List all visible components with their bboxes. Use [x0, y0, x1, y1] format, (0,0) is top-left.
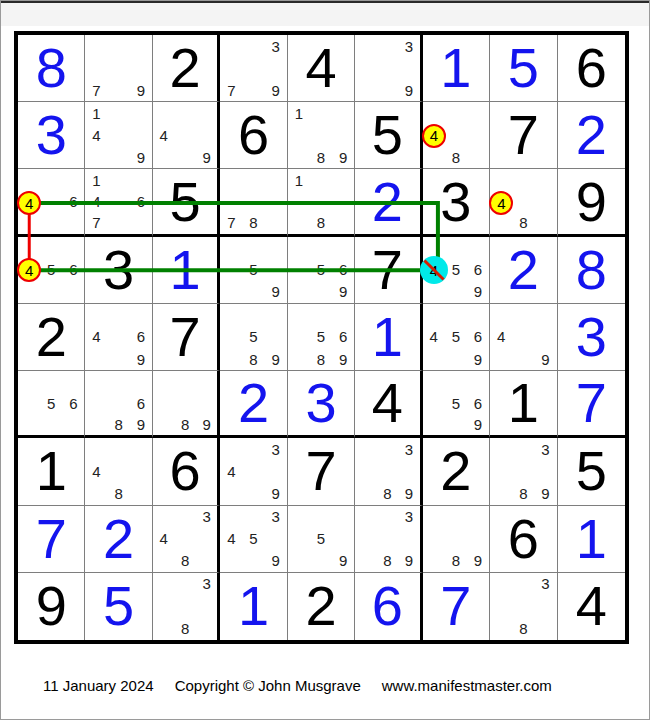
solved-digit: 2 — [103, 511, 134, 567]
candidate-digit: 8 — [310, 348, 332, 370]
given-digit: 9 — [36, 578, 67, 634]
candidate-digit: 9 — [265, 482, 287, 504]
cell-r2c6[interactable]: 5 — [355, 102, 422, 169]
candidate-digit: 5 — [242, 326, 264, 348]
candidate-digit: 9 — [398, 550, 419, 572]
candidate-digit: 8 — [377, 550, 398, 572]
given-digit: 4 — [305, 40, 336, 96]
solved-digit: 5 — [508, 40, 539, 96]
candidate-digit: 5 — [242, 259, 264, 281]
cell-r9c6[interactable]: 6 — [355, 573, 422, 640]
candidate-digit: 8 — [512, 482, 534, 504]
solved-digit: 2 — [576, 107, 607, 163]
cell-r9c7[interactable]: 7 — [423, 573, 490, 640]
candidate-digit: 9 — [332, 348, 354, 370]
candidate-digit: 5 — [445, 326, 467, 348]
cell-r7c4[interactable]: 349 — [220, 438, 287, 505]
candidate-digit: 7 — [85, 79, 107, 101]
footer-copyright: Copyright © John Musgrave — [175, 677, 361, 694]
candidates: 689 — [85, 371, 151, 435]
candidate-digit: 4 — [85, 124, 107, 146]
candidate-digit: 3 — [265, 35, 287, 57]
cell-r6c4[interactable]: 2 — [220, 371, 287, 438]
given-digit: 1 — [508, 375, 539, 431]
candidate-digit: 8 — [108, 414, 130, 435]
candidate-digit: 8 — [108, 482, 130, 504]
cell-r9c3[interactable]: 38 — [153, 573, 220, 640]
candidate-digit: 7 — [220, 79, 242, 101]
cell-r5c3[interactable]: 7 — [153, 304, 220, 371]
candidate-digit: 6 — [62, 259, 84, 281]
candidate-digit: 4 — [153, 528, 174, 550]
footer-website: www.manifestmaster.com — [382, 677, 552, 694]
candidate-digit: 4 — [220, 528, 242, 550]
candidate-digit: 6 — [332, 259, 354, 281]
cell-r4c6[interactable]: 7 — [355, 237, 422, 304]
cell-r7c5[interactable]: 7 — [288, 438, 355, 505]
candidate-digit: 4 — [85, 191, 107, 212]
candidate-digit: 6 — [130, 191, 152, 212]
candidate-digit: 1 — [288, 169, 310, 190]
cell-r1c2[interactable]: 79 — [85, 35, 152, 102]
cell-r4c2[interactable]: 3 — [85, 237, 152, 304]
given-digit: 4 — [372, 375, 403, 431]
footer: 11 January 2024 Copyright © John Musgrav… — [43, 677, 552, 694]
candidate-digit: 9 — [398, 79, 419, 101]
cell-r9c9[interactable]: 4 — [558, 573, 625, 640]
candidate-digit: 7 — [220, 212, 242, 233]
candidates: 78 — [220, 169, 286, 233]
cell-r3c7[interactable]: 3 — [423, 169, 490, 236]
candidate-digit: 9 — [130, 348, 152, 370]
cell-r5c4[interactable]: 589 — [220, 304, 287, 371]
candidates: 49 — [490, 304, 556, 370]
cell-r6c8[interactable]: 1 — [490, 371, 557, 438]
cell-r3c5[interactable]: 18 — [288, 169, 355, 236]
candidates: 569 — [423, 371, 489, 435]
candidates: 39 — [355, 35, 419, 101]
candidate-digit: 9 — [332, 281, 354, 303]
candidate-digit: 3 — [398, 35, 419, 57]
candidate-digit: 8 — [377, 482, 398, 504]
given-digit: 5 — [170, 174, 201, 230]
candidates: 38 — [153, 573, 217, 640]
candidate-digit: 4 — [85, 326, 107, 348]
cell-r5c2[interactable]: 469 — [85, 304, 152, 371]
cell-r3c3[interactable]: 5 — [153, 169, 220, 236]
candidates: 569 — [288, 237, 354, 303]
given-digit: 3 — [440, 174, 471, 230]
cell-r6c6[interactable]: 4 — [355, 371, 422, 438]
cell-r7c9[interactable]: 5 — [558, 438, 625, 505]
candidate-digit: 9 — [130, 79, 152, 101]
cell-r4c9[interactable]: 8 — [558, 237, 625, 304]
candidate-digit: 3 — [398, 438, 419, 460]
candidate-digit: 5 — [310, 259, 332, 281]
candidate-digit: 6 — [467, 259, 489, 281]
cell-r8c2[interactable]: 2 — [85, 506, 152, 573]
candidate-digit: 6 — [130, 326, 152, 348]
candidates: 48 — [85, 438, 151, 504]
cell-r4c3[interactable]: 1 — [153, 237, 220, 304]
candidates: 149 — [85, 102, 151, 168]
candidate-digit: 5 — [310, 528, 332, 550]
candidate-digit: 9 — [398, 482, 419, 504]
candidate-digit: 1 — [288, 102, 310, 124]
candidates: 189 — [288, 102, 354, 168]
candidate-digit: 8 — [242, 212, 264, 233]
candidate-digit: 8 — [445, 146, 467, 168]
cell-r2c9[interactable]: 2 — [558, 102, 625, 169]
cell-r7c3[interactable]: 6 — [153, 438, 220, 505]
given-digit: 5 — [576, 443, 607, 499]
cell-r1c8[interactable]: 5 — [490, 35, 557, 102]
cell-r6c5[interactable]: 3 — [288, 371, 355, 438]
cell-r1c7[interactable]: 1 — [423, 35, 490, 102]
candidates: 3459 — [220, 506, 286, 572]
candidate-digit: 9 — [534, 482, 556, 504]
candidate-digit: 9 — [196, 146, 217, 168]
cell-r8c9[interactable]: 1 — [558, 506, 625, 573]
cell-r1c3[interactable]: 2 — [153, 35, 220, 102]
cell-r8c5[interactable]: 59 — [288, 506, 355, 573]
solved-digit: 3 — [36, 107, 67, 163]
cell-r6c9[interactable]: 7 — [558, 371, 625, 438]
given-digit: 2 — [305, 578, 336, 634]
candidate-digit: 3 — [265, 438, 287, 460]
candidate-digit: 9 — [467, 281, 489, 303]
cell-r4c4[interactable]: 59 — [220, 237, 287, 304]
given-digit: 7 — [372, 242, 403, 298]
candidate-digit: 9 — [130, 146, 152, 168]
candidates: 49 — [153, 102, 217, 168]
candidates: 79 — [85, 35, 151, 101]
candidates: 18 — [288, 169, 354, 233]
cell-r6c2[interactable]: 689 — [85, 371, 152, 438]
solved-digit: 3 — [305, 375, 336, 431]
cell-r6c1[interactable]: 56 — [18, 371, 85, 438]
candidate-digit: 1 — [85, 169, 107, 190]
candidate-digit: 5 — [40, 259, 62, 281]
cell-r6c7[interactable]: 569 — [423, 371, 490, 438]
given-digit: 3 — [103, 242, 134, 298]
solved-digit: 2 — [508, 242, 539, 298]
cell-r5c9[interactable]: 3 — [558, 304, 625, 371]
solved-digit: 3 — [576, 309, 607, 365]
candidate-digit: 5 — [242, 528, 264, 550]
page: 8792379439156314949618954872461467578182… — [0, 0, 650, 720]
candidates: 348 — [153, 506, 217, 572]
candidate-digit: 5 — [445, 259, 467, 281]
candidate-digit: 9 — [467, 348, 489, 370]
candidate-digit: 3 — [196, 506, 217, 528]
cell-r1c1[interactable]: 8 — [18, 35, 85, 102]
candidate-digit: 3 — [265, 506, 287, 528]
cell-r8c3[interactable]: 348 — [153, 506, 220, 573]
candidate-digit: 9 — [130, 414, 152, 435]
cell-r2c5[interactable]: 189 — [288, 102, 355, 169]
cell-r5c1[interactable]: 2 — [18, 304, 85, 371]
cell-r6c3[interactable]: 89 — [153, 371, 220, 438]
cell-r2c1[interactable]: 3 — [18, 102, 85, 169]
candidate-digit: 8 — [445, 550, 467, 572]
candidate-digit: 3 — [534, 573, 556, 595]
candidate-digit: 8 — [174, 550, 195, 572]
candidate-digit: 9 — [332, 550, 354, 572]
candidate-digit: 6 — [467, 393, 489, 414]
solved-digit: 6 — [372, 578, 403, 634]
solved-digit: 1 — [170, 242, 201, 298]
sudoku-board: 8792379439156314949618954872461467578182… — [14, 31, 629, 644]
candidate-digit: 4 — [153, 124, 174, 146]
cell-r8c7[interactable]: 89 — [423, 506, 490, 573]
given-digit: 7 — [508, 107, 539, 163]
candidate-digit: 4 — [490, 326, 512, 348]
candidates: 59 — [220, 237, 286, 303]
given-digit: 2 — [440, 443, 471, 499]
candidates: 38 — [490, 573, 556, 640]
given-digit: 2 — [170, 40, 201, 96]
candidate-digit: 1 — [85, 102, 107, 124]
candidates: 389 — [355, 506, 419, 572]
cell-r9c1[interactable]: 9 — [18, 573, 85, 640]
given-digit: 6 — [508, 511, 539, 567]
cell-r2c8[interactable]: 7 — [490, 102, 557, 169]
candidate-digit: 3 — [398, 506, 419, 528]
given-digit: 6 — [576, 40, 607, 96]
candidate-digit: 6 — [332, 326, 354, 348]
cell-r1c4[interactable]: 379 — [220, 35, 287, 102]
candidate-digit: 9 — [196, 414, 217, 435]
candidate-digit: 8 — [310, 146, 332, 168]
cell-r3c6[interactable]: 2 — [355, 169, 422, 236]
cell-r5c8[interactable]: 49 — [490, 304, 557, 371]
cell-r9c4[interactable]: 1 — [220, 573, 287, 640]
cell-r8c1[interactable]: 7 — [18, 506, 85, 573]
given-digit: 2 — [36, 309, 67, 365]
cell-r4c5[interactable]: 569 — [288, 237, 355, 304]
candidate-digit: 3 — [196, 573, 217, 595]
given-digit: 4 — [576, 578, 607, 634]
given-digit: 6 — [170, 443, 201, 499]
candidate-digit: 9 — [534, 348, 556, 370]
candidate-digit: 8 — [512, 212, 534, 233]
solved-digit: 1 — [440, 40, 471, 96]
candidates: 89 — [153, 371, 217, 435]
candidate-digit: 4 — [85, 460, 107, 482]
candidate-digit: 9 — [332, 146, 354, 168]
cell-r5c6[interactable]: 1 — [355, 304, 422, 371]
cell-r8c6[interactable]: 389 — [355, 506, 422, 573]
given-digit: 7 — [170, 309, 201, 365]
candidates: 469 — [85, 304, 151, 370]
candidates: 5689 — [288, 304, 354, 370]
cell-r9c5[interactable]: 2 — [288, 573, 355, 640]
solved-digit: 1 — [372, 309, 403, 365]
candidate-digit: 9 — [265, 281, 287, 303]
cell-r7c1[interactable]: 1 — [18, 438, 85, 505]
candidates: 1467 — [85, 169, 151, 233]
candidate-digit: 3 — [534, 438, 556, 460]
candidates: 389 — [355, 438, 419, 504]
candidate-digit: 8 — [174, 618, 195, 640]
cell-r2c2[interactable]: 149 — [85, 102, 152, 169]
candidates: 56 — [18, 371, 84, 435]
cell-r4c8[interactable]: 2 — [490, 237, 557, 304]
candidate-digit: 9 — [467, 550, 489, 572]
solved-digit: 1 — [576, 511, 607, 567]
cell-r1c5[interactable]: 4 — [288, 35, 355, 102]
candidate-digit: 9 — [265, 550, 287, 572]
candidate-digit: 8 — [242, 348, 264, 370]
cell-r3c4[interactable]: 78 — [220, 169, 287, 236]
cell-r3c2[interactable]: 1467 — [85, 169, 152, 236]
candidates: 89 — [423, 506, 489, 572]
cell-r5c7[interactable]: 4569 — [423, 304, 490, 371]
candidate-digit: 6 — [467, 326, 489, 348]
candidate-digit: 8 — [310, 212, 332, 233]
highlighted-candidate-r2c7: 4 — [422, 124, 446, 148]
solved-digit: 2 — [238, 375, 269, 431]
candidate-digit: 5 — [310, 326, 332, 348]
solved-digit: 7 — [36, 511, 67, 567]
cell-r7c8[interactable]: 389 — [490, 438, 557, 505]
cell-r3c9[interactable]: 9 — [558, 169, 625, 236]
cell-r1c6[interactable]: 39 — [355, 35, 422, 102]
given-digit: 1 — [36, 443, 67, 499]
given-digit: 7 — [305, 443, 336, 499]
candidate-digit: 9 — [467, 414, 489, 435]
candidates: 379 — [220, 35, 286, 101]
candidate-digit: 4 — [220, 460, 242, 482]
solved-digit: 8 — [36, 40, 67, 96]
candidate-digit: 6 — [62, 191, 84, 212]
cell-r7c7[interactable]: 2 — [423, 438, 490, 505]
solved-digit: 8 — [576, 242, 607, 298]
candidate-digit: 4 — [423, 326, 445, 348]
cell-r1c9[interactable]: 6 — [558, 35, 625, 102]
candidate-digit: 6 — [62, 393, 84, 414]
candidate-digit: 8 — [512, 618, 534, 640]
candidates: 589 — [220, 304, 286, 370]
sudoku-grid: 8792379439156314949618954872461467578182… — [18, 35, 625, 640]
cell-r7c2[interactable]: 48 — [85, 438, 152, 505]
candidate-digit: 8 — [174, 414, 195, 435]
cell-r2c3[interactable]: 49 — [153, 102, 220, 169]
candidate-digit: 5 — [40, 393, 62, 414]
solved-digit: 7 — [440, 578, 471, 634]
eliminated-candidate-r4c7: 4 — [420, 256, 448, 284]
candidates: 349 — [220, 438, 286, 504]
candidate-digit: 9 — [265, 79, 287, 101]
given-digit: 6 — [238, 107, 269, 163]
cell-r8c8[interactable]: 6 — [490, 506, 557, 573]
candidate-digit: 7 — [85, 212, 107, 233]
solved-digit: 7 — [576, 375, 607, 431]
cell-r2c4[interactable]: 6 — [220, 102, 287, 169]
cell-r9c2[interactable]: 5 — [85, 573, 152, 640]
cell-r5c5[interactable]: 5689 — [288, 304, 355, 371]
solved-digit: 2 — [372, 174, 403, 230]
candidate-digit: 9 — [265, 348, 287, 370]
given-digit: 9 — [576, 174, 607, 230]
candidates: 4569 — [423, 304, 489, 370]
cell-r9c8[interactable]: 38 — [490, 573, 557, 640]
solved-digit: 1 — [238, 578, 269, 634]
footer-date: 11 January 2024 — [43, 677, 154, 694]
cell-r7c6[interactable]: 389 — [355, 438, 422, 505]
top-band — [1, 1, 649, 26]
solved-digit: 5 — [103, 578, 134, 634]
candidate-digit: 6 — [130, 393, 152, 414]
candidates: 389 — [490, 438, 556, 504]
given-digit: 5 — [372, 107, 403, 163]
cell-r8c4[interactable]: 3459 — [220, 506, 287, 573]
candidates: 59 — [288, 506, 354, 572]
candidate-digit: 5 — [445, 393, 467, 414]
